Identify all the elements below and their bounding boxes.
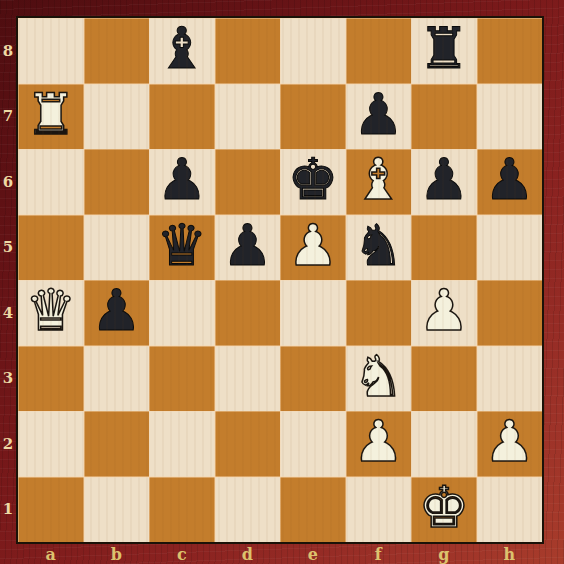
square-h2[interactable]: ♟: [477, 411, 543, 477]
square-a6[interactable]: [18, 149, 84, 215]
rank-label-6: 6: [0, 149, 16, 215]
square-h3[interactable]: [477, 346, 543, 412]
rank-label-1: 1: [0, 477, 16, 543]
square-a7[interactable]: ♜: [18, 84, 84, 150]
square-d2[interactable]: [215, 411, 281, 477]
square-d3[interactable]: [215, 346, 281, 412]
square-c4[interactable]: [149, 280, 215, 346]
square-a8[interactable]: [18, 18, 84, 84]
black-rook[interactable]: ♜: [418, 20, 469, 77]
black-pawn[interactable]: ♟: [156, 151, 207, 208]
white-pawn[interactable]: ♟: [484, 413, 535, 470]
black-bishop[interactable]: ♝: [156, 20, 207, 77]
square-c5[interactable]: ♛: [149, 215, 215, 281]
black-pawn[interactable]: ♟: [91, 282, 142, 339]
square-e4[interactable]: [280, 280, 346, 346]
square-f2[interactable]: ♟: [346, 411, 412, 477]
white-pawn[interactable]: ♟: [353, 413, 404, 470]
square-d1[interactable]: [215, 477, 281, 543]
file-label-e: e: [280, 544, 346, 564]
black-knight[interactable]: ♞: [353, 217, 404, 274]
square-a4[interactable]: ♛: [18, 280, 84, 346]
rank-labels: 87654321: [0, 18, 16, 542]
square-f5[interactable]: ♞: [346, 215, 412, 281]
square-h7[interactable]: [477, 84, 543, 150]
white-pawn[interactable]: ♟: [287, 217, 338, 274]
file-label-c: c: [149, 544, 215, 564]
square-f8[interactable]: [346, 18, 412, 84]
square-b8[interactable]: [84, 18, 150, 84]
black-pawn[interactable]: ♟: [353, 86, 404, 143]
square-f7[interactable]: ♟: [346, 84, 412, 150]
square-d6[interactable]: [215, 149, 281, 215]
square-c6[interactable]: ♟: [149, 149, 215, 215]
square-e5[interactable]: ♟: [280, 215, 346, 281]
square-g5[interactable]: [411, 215, 477, 281]
white-knight[interactable]: ♞: [353, 348, 404, 405]
square-h8[interactable]: [477, 18, 543, 84]
square-f4[interactable]: [346, 280, 412, 346]
square-a5[interactable]: [18, 215, 84, 281]
chess-board: ♝♜♜♟♟♚♝♟♟♛♟♟♞♛♟♟♞♟♟♚: [16, 16, 544, 544]
black-pawn[interactable]: ♟: [222, 217, 273, 274]
square-c3[interactable]: [149, 346, 215, 412]
rank-label-3: 3: [0, 346, 16, 412]
square-c1[interactable]: [149, 477, 215, 543]
square-d4[interactable]: [215, 280, 281, 346]
square-e2[interactable]: [280, 411, 346, 477]
square-e8[interactable]: [280, 18, 346, 84]
square-g8[interactable]: ♜: [411, 18, 477, 84]
square-f3[interactable]: ♞: [346, 346, 412, 412]
square-d8[interactable]: [215, 18, 281, 84]
square-e1[interactable]: [280, 477, 346, 543]
square-b4[interactable]: ♟: [84, 280, 150, 346]
square-e7[interactable]: [280, 84, 346, 150]
square-b7[interactable]: [84, 84, 150, 150]
file-label-b: b: [84, 544, 150, 564]
file-labels: abcdefgh: [18, 544, 542, 564]
wooden-frame: ♝♜♜♟♟♚♝♟♟♛♟♟♞♛♟♟♞♟♟♚ 87654321 abcdefgh: [0, 0, 564, 564]
square-e3[interactable]: [280, 346, 346, 412]
file-label-f: f: [346, 544, 412, 564]
square-f6[interactable]: ♝: [346, 149, 412, 215]
white-rook[interactable]: ♜: [25, 86, 76, 143]
square-b1[interactable]: [84, 477, 150, 543]
square-c2[interactable]: [149, 411, 215, 477]
black-pawn[interactable]: ♟: [418, 151, 469, 208]
square-c7[interactable]: [149, 84, 215, 150]
square-d5[interactable]: ♟: [215, 215, 281, 281]
file-label-a: a: [18, 544, 84, 564]
black-pawn[interactable]: ♟: [484, 151, 535, 208]
file-label-h: h: [477, 544, 543, 564]
white-pawn[interactable]: ♟: [418, 282, 469, 339]
file-label-g: g: [411, 544, 477, 564]
white-king[interactable]: ♚: [418, 479, 469, 536]
rank-label-4: 4: [0, 280, 16, 346]
square-a1[interactable]: [18, 477, 84, 543]
square-e6[interactable]: ♚: [280, 149, 346, 215]
square-h6[interactable]: ♟: [477, 149, 543, 215]
square-f1[interactable]: [346, 477, 412, 543]
white-bishop[interactable]: ♝: [353, 151, 404, 208]
square-a2[interactable]: [18, 411, 84, 477]
white-queen[interactable]: ♛: [25, 282, 76, 339]
square-g1[interactable]: ♚: [411, 477, 477, 543]
square-g6[interactable]: ♟: [411, 149, 477, 215]
square-g2[interactable]: [411, 411, 477, 477]
black-king[interactable]: ♚: [287, 151, 338, 208]
square-g4[interactable]: ♟: [411, 280, 477, 346]
file-label-d: d: [215, 544, 281, 564]
square-c8[interactable]: ♝: [149, 18, 215, 84]
square-b2[interactable]: [84, 411, 150, 477]
square-h1[interactable]: [477, 477, 543, 543]
rank-label-2: 2: [0, 411, 16, 477]
rank-label-7: 7: [0, 84, 16, 150]
square-g3[interactable]: [411, 346, 477, 412]
square-d7[interactable]: [215, 84, 281, 150]
square-b5[interactable]: [84, 215, 150, 281]
square-g7[interactable]: [411, 84, 477, 150]
square-b6[interactable]: [84, 149, 150, 215]
square-h5[interactable]: [477, 215, 543, 281]
square-h4[interactable]: [477, 280, 543, 346]
rank-label-5: 5: [0, 215, 16, 281]
black-queen[interactable]: ♛: [156, 217, 207, 274]
square-b3[interactable]: [84, 346, 150, 412]
square-a3[interactable]: [18, 346, 84, 412]
rank-label-8: 8: [0, 18, 16, 84]
